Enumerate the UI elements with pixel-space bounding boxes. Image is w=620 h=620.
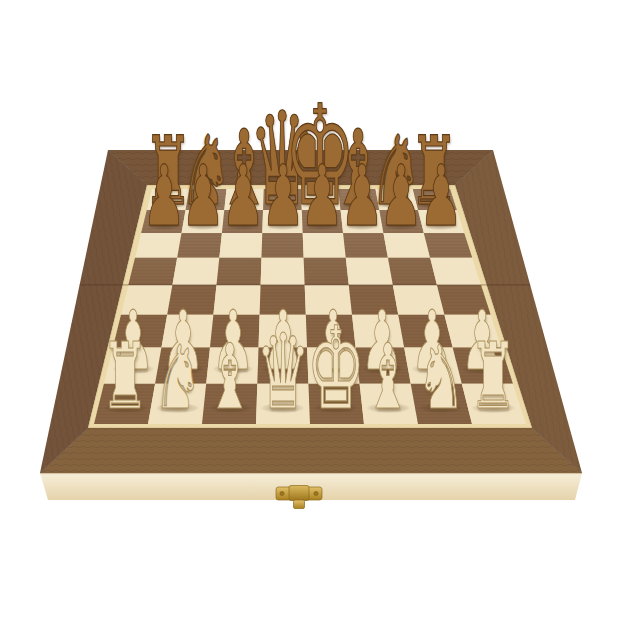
product-photo-chess-set: ♜♞♝♛♚♝♞♜♟♟♟♟♟♟♟♟♟♟♟♟♟♟♟♟♜♞♝♛♚♝♞♜ — [0, 0, 620, 620]
piece-white-rook-h1[interactable]: ♜ — [452, 331, 533, 423]
pieces-layer: ♜♞♝♛♚♝♞♜♟♟♟♟♟♟♟♟♟♟♟♟♟♟♟♟♜♞♝♛♚♝♞♜ — [0, 0, 620, 620]
piece-black-pawn-h7[interactable]: ♟ — [400, 154, 481, 238]
